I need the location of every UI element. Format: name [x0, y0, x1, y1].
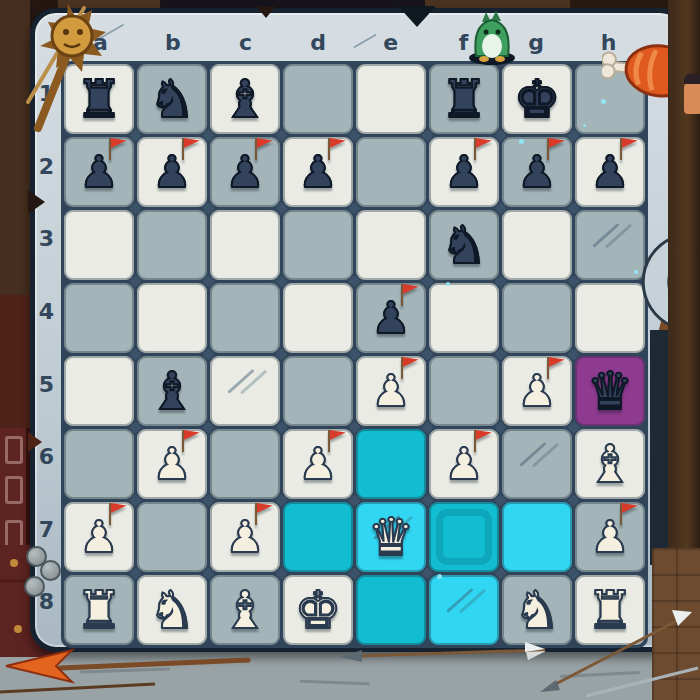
black-pawn-a2[interactable]: ♟ — [79, 150, 118, 194]
square-d8[interactable]: ♚ — [283, 575, 353, 645]
black-pawn-c2[interactable]: ♟ — [225, 150, 264, 194]
square-h7[interactable]: ♟ — [575, 502, 645, 572]
sparkle — [437, 574, 442, 579]
square-h6[interactable]: ♝ — [575, 429, 645, 499]
square-a4[interactable] — [64, 283, 134, 353]
square-f7[interactable] — [429, 502, 499, 572]
black-pawn-g2[interactable]: ♟ — [517, 150, 556, 194]
game-screen: abcdefgh 12345678 ♜♞♝♜♚♟♟♟♟♟♟♟♞♟♝♟♟♛♟♟♟♝… — [0, 0, 700, 700]
square-a8[interactable]: ♜ — [64, 575, 134, 645]
square-a7[interactable]: ♟ — [64, 502, 134, 572]
square-a3[interactable] — [64, 210, 134, 280]
square-c5[interactable] — [210, 356, 280, 426]
green-monster-icon — [466, 10, 518, 66]
sparkle — [446, 282, 450, 286]
square-f3[interactable]: ♞ — [429, 210, 499, 280]
rank-label-4: 4 — [33, 282, 60, 355]
square-f4[interactable] — [429, 283, 499, 353]
black-rook-a1[interactable]: ♜ — [76, 73, 123, 125]
sparkle — [583, 124, 586, 127]
white-pawn-g5[interactable]: ♟ — [517, 369, 556, 413]
square-d6[interactable]: ♟ — [283, 429, 353, 499]
arrow-icon — [340, 638, 560, 678]
white-pawn-c7[interactable]: ♟ — [225, 515, 264, 559]
white-pawn-b6[interactable]: ♟ — [152, 442, 191, 486]
square-a2[interactable]: ♟ — [64, 137, 134, 207]
white-pawn-e5[interactable]: ♟ — [371, 369, 410, 413]
black-bishop-b5[interactable]: ♝ — [149, 365, 196, 417]
square-d1[interactable] — [283, 64, 353, 134]
square-g3[interactable] — [502, 210, 572, 280]
square-b3[interactable] — [137, 210, 207, 280]
square-d7[interactable] — [283, 502, 353, 572]
square-g4[interactable] — [502, 283, 572, 353]
square-e7[interactable]: ♛ — [356, 502, 426, 572]
square-c6[interactable] — [210, 429, 280, 499]
square-f1[interactable]: ♜ — [429, 64, 499, 134]
black-queen-h5[interactable]: ♛ — [587, 365, 634, 417]
square-f8[interactable] — [429, 575, 499, 645]
black-rook-f1[interactable]: ♜ — [441, 73, 488, 125]
white-pawn-f6[interactable]: ♟ — [444, 442, 483, 486]
square-c3[interactable] — [210, 210, 280, 280]
square-h2[interactable]: ♟ — [575, 137, 645, 207]
white-knight-b8[interactable]: ♞ — [149, 584, 196, 636]
square-g1[interactable]: ♚ — [502, 64, 572, 134]
black-knight-b1[interactable]: ♞ — [149, 73, 196, 125]
sparkle — [519, 139, 524, 144]
square-e1[interactable] — [356, 64, 426, 134]
square-a6[interactable] — [64, 429, 134, 499]
black-pawn-f2[interactable]: ♟ — [444, 150, 483, 194]
square-g5[interactable]: ♟ — [502, 356, 572, 426]
white-rook-h8[interactable]: ♜ — [587, 584, 634, 636]
rank-label-5: 5 — [33, 355, 60, 428]
square-c1[interactable]: ♝ — [210, 64, 280, 134]
rank-label-3: 3 — [33, 209, 60, 282]
square-e4[interactable]: ♟ — [356, 283, 426, 353]
square-f2[interactable]: ♟ — [429, 137, 499, 207]
square-a5[interactable] — [64, 356, 134, 426]
board-grid: ♜♞♝♜♚♟♟♟♟♟♟♟♞♟♝♟♟♛♟♟♟♝♟♟♛♟♜♞♝♚♞♜ — [61, 61, 648, 648]
white-pawn-d6[interactable]: ♟ — [298, 442, 337, 486]
file-label-d: d — [282, 30, 355, 56]
square-g2[interactable]: ♟ — [502, 137, 572, 207]
file-label-c: c — [209, 30, 282, 56]
black-pawn-b2[interactable]: ♟ — [152, 150, 191, 194]
bystander-figure — [684, 80, 700, 114]
frame-notch — [256, 6, 276, 18]
square-d5[interactable] — [283, 356, 353, 426]
white-king-d8[interactable]: ♚ — [295, 584, 342, 636]
square-d2[interactable]: ♟ — [283, 137, 353, 207]
square-e3[interactable] — [356, 210, 426, 280]
square-e2[interactable] — [356, 137, 426, 207]
square-b1[interactable]: ♞ — [137, 64, 207, 134]
background-left-wood — [0, 295, 30, 445]
file-labels: abcdefgh — [64, 30, 645, 56]
square-h4[interactable] — [575, 283, 645, 353]
square-c7[interactable]: ♟ — [210, 502, 280, 572]
rank-label-2: 2 — [33, 137, 60, 210]
square-b6[interactable]: ♟ — [137, 429, 207, 499]
black-pawn-h2[interactable]: ♟ — [590, 150, 629, 194]
white-bishop-c8[interactable]: ♝ — [222, 584, 269, 636]
white-pawn-h7[interactable]: ♟ — [590, 515, 629, 559]
black-king-g1[interactable]: ♚ — [514, 73, 561, 125]
black-knight-f3[interactable]: ♞ — [441, 219, 488, 271]
square-d4[interactable] — [283, 283, 353, 353]
square-b7[interactable] — [137, 502, 207, 572]
square-c4[interactable] — [210, 283, 280, 353]
file-label-e: e — [355, 30, 428, 56]
white-queen-e7[interactable]: ♛ — [368, 511, 415, 563]
square-c2[interactable]: ♟ — [210, 137, 280, 207]
square-b5[interactable]: ♝ — [137, 356, 207, 426]
white-pawn-a7[interactable]: ♟ — [79, 515, 118, 559]
square-f5[interactable] — [429, 356, 499, 426]
spear-icon — [0, 642, 255, 700]
square-b8[interactable]: ♞ — [137, 575, 207, 645]
file-label-b: b — [137, 30, 210, 56]
square-h5[interactable]: ♛ — [575, 356, 645, 426]
rank-label-6: 6 — [33, 427, 60, 500]
square-b2[interactable]: ♟ — [137, 137, 207, 207]
square-b4[interactable] — [137, 283, 207, 353]
black-pawn-d2[interactable]: ♟ — [298, 150, 337, 194]
black-bishop-c1[interactable]: ♝ — [222, 73, 269, 125]
white-rook-a8[interactable]: ♜ — [76, 584, 123, 636]
square-e6[interactable] — [356, 429, 426, 499]
white-bishop-h6[interactable]: ♝ — [587, 438, 634, 490]
square-g7[interactable] — [502, 502, 572, 572]
square-c8[interactable]: ♝ — [210, 575, 280, 645]
black-pawn-e4[interactable]: ♟ — [371, 296, 410, 340]
white-knight-g8[interactable]: ♞ — [514, 584, 561, 636]
square-f6[interactable]: ♟ — [429, 429, 499, 499]
square-d3[interactable] — [283, 210, 353, 280]
square-e5[interactable]: ♟ — [356, 356, 426, 426]
square-g6[interactable] — [502, 429, 572, 499]
frame-notch — [398, 6, 436, 27]
square-e8[interactable] — [356, 575, 426, 645]
